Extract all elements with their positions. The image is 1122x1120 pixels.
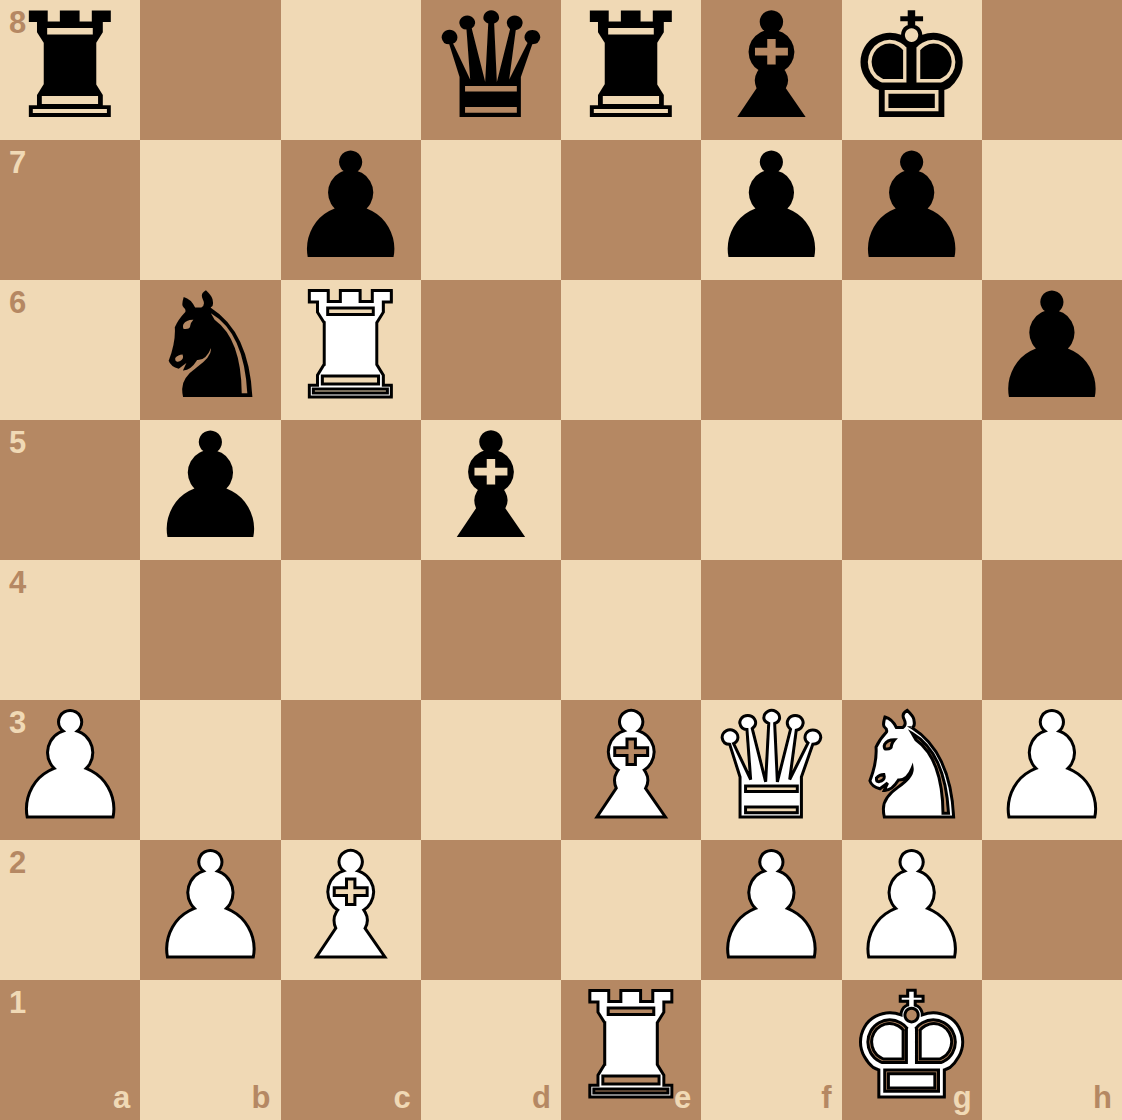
square-a4[interactable]: 4 <box>0 560 140 700</box>
square-e3[interactable]: ♝ <box>561 700 701 840</box>
white-pawn-piece[interactable]: ♟ <box>986 696 1117 836</box>
file-label-b: b <box>252 1082 271 1113</box>
white-pawn-piece[interactable]: ♟ <box>5 696 136 836</box>
square-g3[interactable]: ♞ <box>842 700 982 840</box>
square-b5[interactable]: ♟ <box>140 420 280 560</box>
square-c2[interactable]: ♝ <box>281 840 421 980</box>
black-pawn-piece[interactable]: ♟ <box>846 136 977 276</box>
white-pawn-piece[interactable]: ♟ <box>145 836 276 976</box>
square-g4[interactable] <box>842 560 982 700</box>
square-a6[interactable]: 6 <box>0 280 140 420</box>
chess-board: 8♜♛♜♝♚7♟♟♟6♞♜♟5♟♝43♟♝♛♞♟2♟♝♟♟1abcde♜fg♚h <box>0 0 1122 1120</box>
square-d3[interactable] <box>421 700 561 840</box>
square-f3[interactable]: ♛ <box>701 700 841 840</box>
square-d7[interactable] <box>421 140 561 280</box>
square-f6[interactable] <box>701 280 841 420</box>
square-a2[interactable]: 2 <box>0 840 140 980</box>
square-c8[interactable] <box>281 0 421 140</box>
square-e7[interactable] <box>561 140 701 280</box>
square-e2[interactable] <box>561 840 701 980</box>
square-f8[interactable]: ♝ <box>701 0 841 140</box>
square-e5[interactable] <box>561 420 701 560</box>
square-e4[interactable] <box>561 560 701 700</box>
square-a1[interactable]: 1a <box>0 980 140 1120</box>
square-f5[interactable] <box>701 420 841 560</box>
square-h1[interactable]: h <box>982 980 1122 1120</box>
square-d2[interactable] <box>421 840 561 980</box>
square-h7[interactable] <box>982 140 1122 280</box>
square-a8[interactable]: 8♜ <box>0 0 140 140</box>
file-label-d: d <box>532 1082 551 1113</box>
white-pawn-piece[interactable]: ♟ <box>846 836 977 976</box>
black-rook-piece[interactable]: ♜ <box>566 0 697 136</box>
rank-label-4: 4 <box>9 567 26 598</box>
square-e8[interactable]: ♜ <box>561 0 701 140</box>
square-a7[interactable]: 7 <box>0 140 140 280</box>
square-c5[interactable] <box>281 420 421 560</box>
square-f2[interactable]: ♟ <box>701 840 841 980</box>
square-h2[interactable] <box>982 840 1122 980</box>
square-f4[interactable] <box>701 560 841 700</box>
square-g6[interactable] <box>842 280 982 420</box>
white-knight-piece[interactable]: ♞ <box>846 696 977 836</box>
square-d1[interactable]: d <box>421 980 561 1120</box>
black-bishop-piece[interactable]: ♝ <box>706 0 837 136</box>
rank-label-5: 5 <box>9 427 26 458</box>
square-b3[interactable] <box>140 700 280 840</box>
square-c3[interactable] <box>281 700 421 840</box>
white-bishop-piece[interactable]: ♝ <box>566 696 697 836</box>
square-d6[interactable] <box>421 280 561 420</box>
black-king-piece[interactable]: ♚ <box>846 0 977 136</box>
black-pawn-piece[interactable]: ♟ <box>285 136 416 276</box>
white-pawn-piece[interactable]: ♟ <box>706 836 837 976</box>
square-f1[interactable]: f <box>701 980 841 1120</box>
square-a5[interactable]: 5 <box>0 420 140 560</box>
rank-label-7: 7 <box>9 147 26 178</box>
black-pawn-piece[interactable]: ♟ <box>706 136 837 276</box>
rank-label-1: 1 <box>9 987 26 1018</box>
white-queen-piece[interactable]: ♛ <box>706 696 837 836</box>
black-pawn-piece[interactable]: ♟ <box>986 276 1117 416</box>
rank-label-2: 2 <box>9 847 26 878</box>
square-h6[interactable]: ♟ <box>982 280 1122 420</box>
square-h5[interactable] <box>982 420 1122 560</box>
square-c6[interactable]: ♜ <box>281 280 421 420</box>
black-bishop-piece[interactable]: ♝ <box>425 416 556 556</box>
square-g7[interactable]: ♟ <box>842 140 982 280</box>
square-e6[interactable] <box>561 280 701 420</box>
black-pawn-piece[interactable]: ♟ <box>145 416 276 556</box>
square-g1[interactable]: g♚ <box>842 980 982 1120</box>
white-rook-piece[interactable]: ♜ <box>285 276 416 416</box>
square-h8[interactable] <box>982 0 1122 140</box>
black-queen-piece[interactable]: ♛ <box>425 0 556 136</box>
square-d4[interactable] <box>421 560 561 700</box>
square-d8[interactable]: ♛ <box>421 0 561 140</box>
square-f7[interactable]: ♟ <box>701 140 841 280</box>
rank-label-6: 6 <box>9 287 26 318</box>
square-h4[interactable] <box>982 560 1122 700</box>
white-rook-piece[interactable]: ♜ <box>566 976 697 1116</box>
square-g5[interactable] <box>842 420 982 560</box>
white-king-piece[interactable]: ♚ <box>846 976 977 1116</box>
file-label-f: f <box>821 1082 831 1113</box>
file-label-a: a <box>113 1082 130 1113</box>
square-b7[interactable] <box>140 140 280 280</box>
square-a3[interactable]: 3♟ <box>0 700 140 840</box>
square-c7[interactable]: ♟ <box>281 140 421 280</box>
square-c1[interactable]: c <box>281 980 421 1120</box>
square-h3[interactable]: ♟ <box>982 700 1122 840</box>
black-knight-piece[interactable]: ♞ <box>145 276 276 416</box>
file-label-h: h <box>1093 1082 1112 1113</box>
square-c4[interactable] <box>281 560 421 700</box>
square-b6[interactable]: ♞ <box>140 280 280 420</box>
square-d5[interactable]: ♝ <box>421 420 561 560</box>
square-g8[interactable]: ♚ <box>842 0 982 140</box>
file-label-c: c <box>394 1082 411 1113</box>
white-bishop-piece[interactable]: ♝ <box>285 836 416 976</box>
square-b2[interactable]: ♟ <box>140 840 280 980</box>
square-b1[interactable]: b <box>140 980 280 1120</box>
black-rook-piece[interactable]: ♜ <box>5 0 136 136</box>
square-b8[interactable] <box>140 0 280 140</box>
square-b4[interactable] <box>140 560 280 700</box>
square-e1[interactable]: e♜ <box>561 980 701 1120</box>
square-g2[interactable]: ♟ <box>842 840 982 980</box>
